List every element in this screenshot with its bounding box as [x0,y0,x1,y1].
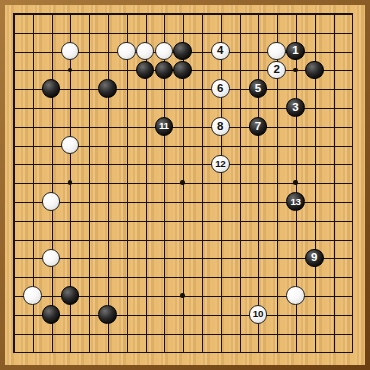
go-diagram: 12345678910111213 [0,0,370,370]
board-frame [0,0,370,370]
